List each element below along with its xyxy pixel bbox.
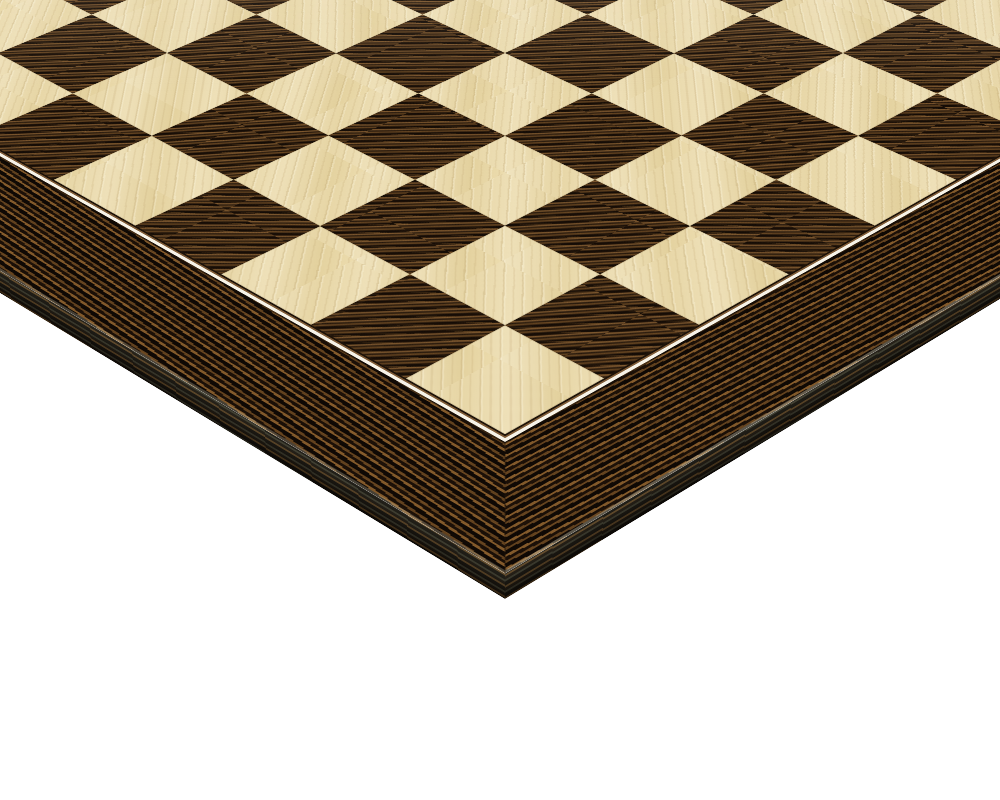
square-g6	[764, 53, 937, 135]
frame-band-near-left	[0, 12, 618, 574]
square-d3	[246, 53, 419, 135]
square-g1	[311, 274, 505, 378]
square-g4	[595, 135, 776, 225]
square-e3	[328, 93, 505, 179]
square-h5	[776, 135, 957, 225]
square-h7	[937, 53, 1000, 135]
square-e2	[234, 135, 415, 225]
square-g3	[505, 180, 690, 275]
square-h4	[690, 180, 875, 275]
square-h1	[406, 325, 605, 434]
square-e1	[135, 180, 320, 275]
square-b1	[0, 53, 73, 135]
chess-board-product-photo	[0, 0, 1000, 800]
chess-board	[0, 0, 1000, 573]
square-d2	[152, 93, 329, 179]
board-top-surface	[0, 0, 1000, 573]
square-h3	[600, 226, 789, 325]
square-f2	[320, 180, 505, 275]
square-f3	[415, 135, 596, 225]
square-d1	[53, 135, 234, 225]
square-f1	[221, 226, 410, 325]
square-h6	[858, 93, 1000, 179]
square-c2	[73, 53, 246, 135]
square-e4	[419, 53, 592, 135]
square-c1	[0, 93, 152, 179]
square-f4	[505, 93, 682, 179]
square-g2	[410, 226, 599, 325]
square-g5	[682, 93, 859, 179]
square-f5	[591, 53, 764, 135]
frame-band-near-right	[392, 12, 1000, 574]
square-h2	[505, 274, 699, 378]
